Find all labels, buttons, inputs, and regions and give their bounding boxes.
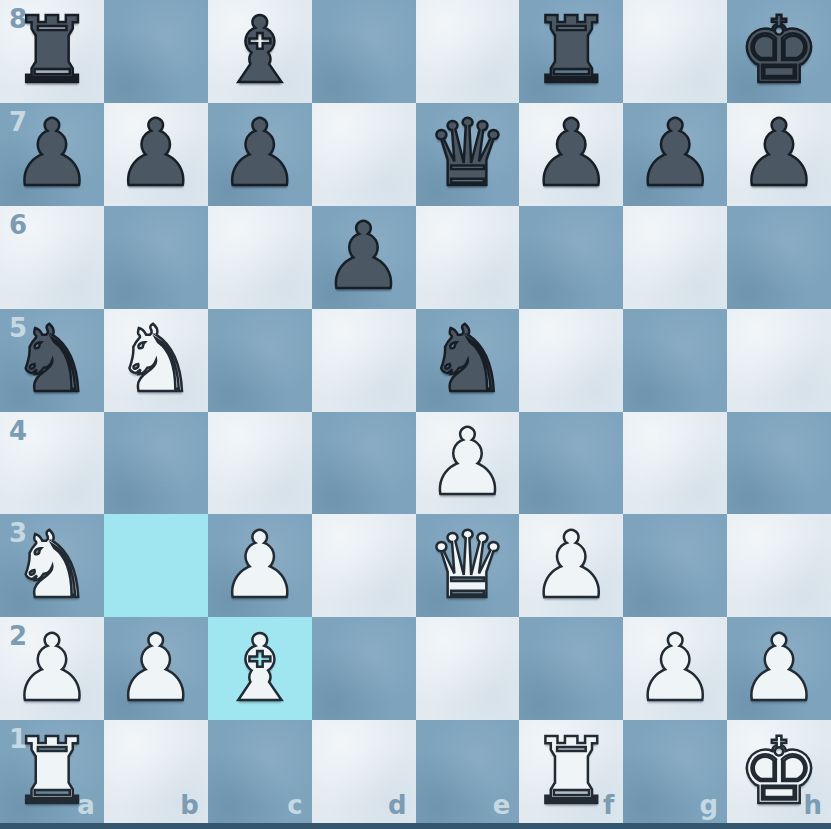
square-g3[interactable] xyxy=(623,514,727,617)
square-d2[interactable] xyxy=(312,617,416,720)
square-c6[interactable] xyxy=(208,206,312,309)
file-label-d: d xyxy=(388,792,407,818)
black-pawn[interactable]: ♟ xyxy=(727,103,831,206)
square-e2[interactable] xyxy=(416,617,520,720)
square-g2[interactable]: ♟ xyxy=(623,617,727,720)
file-label-c: c xyxy=(287,792,302,818)
square-e3[interactable]: ♛ xyxy=(416,514,520,617)
square-a8[interactable]: 8♜ xyxy=(0,0,104,103)
white-knight[interactable]: ♞ xyxy=(0,514,104,617)
square-c1[interactable]: c xyxy=(208,720,312,823)
board-bottom-edge xyxy=(0,823,831,829)
square-g5[interactable] xyxy=(623,309,727,412)
white-pawn[interactable]: ♟ xyxy=(416,412,520,515)
file-label-b: b xyxy=(180,792,199,818)
square-g8[interactable] xyxy=(623,0,727,103)
black-king[interactable]: ♚ xyxy=(727,0,831,103)
square-b3[interactable] xyxy=(104,514,208,617)
white-pawn[interactable]: ♟ xyxy=(727,617,831,720)
black-queen[interactable]: ♛ xyxy=(416,103,520,206)
square-d3[interactable] xyxy=(312,514,416,617)
square-d8[interactable] xyxy=(312,0,416,103)
chess-board: 8♜♝♜♚7♟♟♟♛♟♟♟6♟5♞♞♞4♟3♞♟♛♟2♟♟♝♟♟1a♜bcdef… xyxy=(0,0,831,823)
square-g1[interactable]: g xyxy=(623,720,727,823)
square-c5[interactable] xyxy=(208,309,312,412)
black-knight[interactable]: ♞ xyxy=(0,309,104,412)
square-a6[interactable]: 6 xyxy=(0,206,104,309)
square-d6[interactable]: ♟ xyxy=(312,206,416,309)
chess-app: 8♜♝♜♚7♟♟♟♛♟♟♟6♟5♞♞♞4♟3♞♟♛♟2♟♟♝♟♟1a♜bcdef… xyxy=(0,0,831,829)
rank-label-6: 6 xyxy=(9,212,27,238)
square-a5[interactable]: 5♞ xyxy=(0,309,104,412)
square-f6[interactable] xyxy=(519,206,623,309)
square-f1[interactable]: f♜ xyxy=(519,720,623,823)
square-e4[interactable]: ♟ xyxy=(416,412,520,515)
square-f5[interactable] xyxy=(519,309,623,412)
square-f8[interactable]: ♜ xyxy=(519,0,623,103)
square-e6[interactable] xyxy=(416,206,520,309)
square-g4[interactable] xyxy=(623,412,727,515)
square-g6[interactable] xyxy=(623,206,727,309)
file-label-e: e xyxy=(493,792,511,818)
square-d4[interactable] xyxy=(312,412,416,515)
square-h7[interactable]: ♟ xyxy=(727,103,831,206)
square-b1[interactable]: b xyxy=(104,720,208,823)
square-b5[interactable]: ♞ xyxy=(104,309,208,412)
square-c4[interactable] xyxy=(208,412,312,515)
square-h3[interactable] xyxy=(727,514,831,617)
rank-label-4: 4 xyxy=(9,418,27,444)
square-c2[interactable]: ♝ xyxy=(208,617,312,720)
square-e7[interactable]: ♛ xyxy=(416,103,520,206)
black-pawn[interactable]: ♟ xyxy=(519,103,623,206)
white-pawn[interactable]: ♟ xyxy=(0,617,104,720)
black-rook[interactable]: ♜ xyxy=(0,0,104,103)
white-rook[interactable]: ♜ xyxy=(0,720,104,823)
square-b4[interactable] xyxy=(104,412,208,515)
square-a3[interactable]: 3♞ xyxy=(0,514,104,617)
square-f7[interactable]: ♟ xyxy=(519,103,623,206)
square-a4[interactable]: 4 xyxy=(0,412,104,515)
black-knight[interactable]: ♞ xyxy=(416,309,520,412)
square-h5[interactable] xyxy=(727,309,831,412)
square-g7[interactable]: ♟ xyxy=(623,103,727,206)
black-pawn[interactable]: ♟ xyxy=(0,103,104,206)
square-f4[interactable] xyxy=(519,412,623,515)
square-h1[interactable]: h♚ xyxy=(727,720,831,823)
white-bishop[interactable]: ♝ xyxy=(208,617,312,720)
square-b8[interactable] xyxy=(104,0,208,103)
square-e8[interactable] xyxy=(416,0,520,103)
square-b7[interactable]: ♟ xyxy=(104,103,208,206)
square-d7[interactable] xyxy=(312,103,416,206)
square-a2[interactable]: 2♟ xyxy=(0,617,104,720)
square-h2[interactable]: ♟ xyxy=(727,617,831,720)
square-c7[interactable]: ♟ xyxy=(208,103,312,206)
white-pawn[interactable]: ♟ xyxy=(623,617,727,720)
square-a7[interactable]: 7♟ xyxy=(0,103,104,206)
square-b2[interactable]: ♟ xyxy=(104,617,208,720)
square-c8[interactable]: ♝ xyxy=(208,0,312,103)
black-bishop[interactable]: ♝ xyxy=(208,0,312,103)
square-f3[interactable]: ♟ xyxy=(519,514,623,617)
white-pawn[interactable]: ♟ xyxy=(519,514,623,617)
white-queen[interactable]: ♛ xyxy=(416,514,520,617)
white-rook[interactable]: ♜ xyxy=(519,720,623,823)
black-rook[interactable]: ♜ xyxy=(519,0,623,103)
white-pawn[interactable]: ♟ xyxy=(104,617,208,720)
square-h6[interactable] xyxy=(727,206,831,309)
square-h8[interactable]: ♚ xyxy=(727,0,831,103)
file-label-g: g xyxy=(700,792,719,818)
square-b6[interactable] xyxy=(104,206,208,309)
black-pawn[interactable]: ♟ xyxy=(104,103,208,206)
square-e5[interactable]: ♞ xyxy=(416,309,520,412)
black-pawn[interactable]: ♟ xyxy=(623,103,727,206)
square-c3[interactable]: ♟ xyxy=(208,514,312,617)
black-pawn[interactable]: ♟ xyxy=(312,206,416,309)
square-d1[interactable]: d xyxy=(312,720,416,823)
square-e1[interactable]: e xyxy=(416,720,520,823)
square-f2[interactable] xyxy=(519,617,623,720)
square-a1[interactable]: 1a♜ xyxy=(0,720,104,823)
square-h4[interactable] xyxy=(727,412,831,515)
white-pawn[interactable]: ♟ xyxy=(208,514,312,617)
white-knight[interactable]: ♞ xyxy=(104,309,208,412)
square-d5[interactable] xyxy=(312,309,416,412)
white-king[interactable]: ♚ xyxy=(727,720,831,823)
black-pawn[interactable]: ♟ xyxy=(208,103,312,206)
